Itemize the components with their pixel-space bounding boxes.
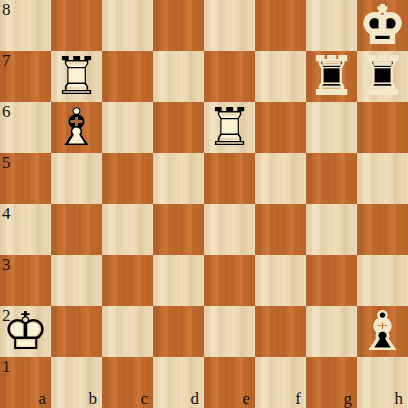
square-e6[interactable]: ♜♖ [204, 102, 255, 153]
square-a3[interactable]: 3 [0, 255, 51, 306]
square-e7[interactable] [204, 51, 255, 102]
white-rook[interactable]: ♜♖ [204, 102, 255, 153]
square-a5[interactable]: 5 [0, 153, 51, 204]
square-d7[interactable] [153, 51, 204, 102]
square-d4[interactable] [153, 204, 204, 255]
piece-outline-glyph: ♖ [204, 100, 255, 153]
square-c5[interactable] [102, 153, 153, 204]
square-d8[interactable] [153, 0, 204, 51]
square-f6[interactable] [255, 102, 306, 153]
square-g2[interactable] [306, 306, 357, 357]
square-b5[interactable] [51, 153, 102, 204]
piece-outline-glyph: ♖ [357, 49, 408, 102]
square-c8[interactable] [102, 0, 153, 51]
rank-label-6: 6 [2, 102, 11, 121]
square-e1[interactable]: e [204, 357, 255, 408]
square-f3[interactable] [255, 255, 306, 306]
square-h8[interactable]: ♚♔ [357, 0, 408, 51]
white-bishop[interactable]: ♝♗ [51, 102, 102, 153]
square-a2[interactable]: 2♚♔ [0, 306, 51, 357]
square-h2[interactable]: ♝♗ [357, 306, 408, 357]
piece-outline-glyph: ♔ [0, 304, 51, 357]
file-label-a: a [38, 390, 46, 408]
square-f1[interactable]: f [255, 357, 306, 408]
square-c3[interactable] [102, 255, 153, 306]
square-e3[interactable] [204, 255, 255, 306]
square-b1[interactable]: b [51, 357, 102, 408]
black-bishop[interactable]: ♝♗ [357, 306, 408, 357]
square-e2[interactable] [204, 306, 255, 357]
rank-label-4: 4 [2, 204, 11, 223]
square-d2[interactable] [153, 306, 204, 357]
rank-label-3: 3 [2, 255, 11, 274]
piece-outline-glyph: ♔ [357, 0, 408, 51]
square-c7[interactable] [102, 51, 153, 102]
square-f5[interactable] [255, 153, 306, 204]
square-a8[interactable]: 8 [0, 0, 51, 51]
square-d6[interactable] [153, 102, 204, 153]
square-e5[interactable] [204, 153, 255, 204]
square-f2[interactable] [255, 306, 306, 357]
square-c4[interactable] [102, 204, 153, 255]
square-d3[interactable] [153, 255, 204, 306]
rank-label-5: 5 [2, 153, 11, 172]
square-a6[interactable]: 6 [0, 102, 51, 153]
square-a4[interactable]: 4 [0, 204, 51, 255]
square-h5[interactable] [357, 153, 408, 204]
piece-outline-glyph: ♗ [51, 100, 102, 153]
black-rook[interactable]: ♜♖ [306, 51, 357, 102]
square-c6[interactable] [102, 102, 153, 153]
file-label-h: h [395, 390, 404, 408]
square-g5[interactable] [306, 153, 357, 204]
file-label-e: e [242, 390, 250, 408]
square-a7[interactable]: 7 [0, 51, 51, 102]
square-d1[interactable]: d [153, 357, 204, 408]
black-king[interactable]: ♚♔ [357, 0, 408, 51]
square-d5[interactable] [153, 153, 204, 204]
piece-outline-glyph: ♖ [51, 49, 102, 102]
white-king[interactable]: ♚♔ [0, 306, 51, 357]
square-b2[interactable] [51, 306, 102, 357]
square-g1[interactable]: g [306, 357, 357, 408]
square-h7[interactable]: ♜♖ [357, 51, 408, 102]
file-label-f: f [295, 390, 301, 408]
square-f4[interactable] [255, 204, 306, 255]
square-c2[interactable] [102, 306, 153, 357]
square-g8[interactable] [306, 0, 357, 51]
square-g3[interactable] [306, 255, 357, 306]
square-g6[interactable] [306, 102, 357, 153]
square-e8[interactable] [204, 0, 255, 51]
square-b7[interactable]: ♜♖ [51, 51, 102, 102]
file-label-c: c [140, 390, 148, 408]
square-c1[interactable]: c [102, 357, 153, 408]
square-b8[interactable] [51, 0, 102, 51]
square-e4[interactable] [204, 204, 255, 255]
square-g7[interactable]: ♜♖ [306, 51, 357, 102]
piece-outline-glyph: ♗ [357, 304, 408, 357]
rank-label-7: 7 [2, 51, 11, 70]
square-b3[interactable] [51, 255, 102, 306]
white-rook[interactable]: ♜♖ [51, 51, 102, 102]
square-b4[interactable] [51, 204, 102, 255]
square-a1[interactable]: 1a [0, 357, 51, 408]
square-f7[interactable] [255, 51, 306, 102]
square-h1[interactable]: h [357, 357, 408, 408]
file-label-b: b [89, 390, 98, 408]
square-b6[interactable]: ♝♗ [51, 102, 102, 153]
black-rook[interactable]: ♜♖ [357, 51, 408, 102]
square-h6[interactable] [357, 102, 408, 153]
piece-outline-glyph: ♖ [306, 49, 357, 102]
square-h4[interactable] [357, 204, 408, 255]
square-f8[interactable] [255, 0, 306, 51]
square-g4[interactable] [306, 204, 357, 255]
square-h3[interactable] [357, 255, 408, 306]
chess-board: 8♚♔7♜♖♜♖♜♖6♝♗♜♖5432♚♔♝♗1abcdefgh [0, 0, 408, 408]
file-label-g: g [344, 390, 353, 408]
rank-label-8: 8 [2, 0, 11, 19]
file-label-d: d [191, 390, 200, 408]
